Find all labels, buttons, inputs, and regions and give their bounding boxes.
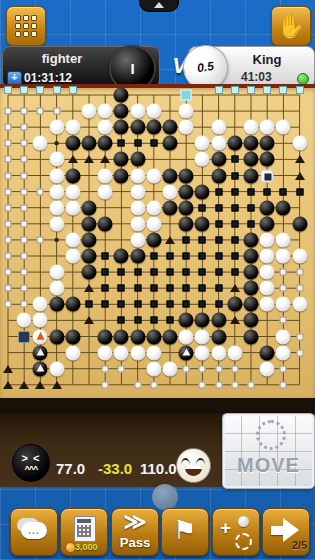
emoji-mouth: [185, 466, 202, 476]
black-territory-marker: [118, 301, 125, 308]
stone-black: [195, 313, 210, 328]
stone-white: [130, 345, 145, 360]
black-territory-marker: [150, 269, 157, 276]
white-territory-marker: [215, 365, 222, 372]
white-territory-marker: [248, 381, 255, 388]
app-screen: ✋ fighter + 01:31:12 I VS 0.5 King 41:03…: [0, 0, 315, 560]
dame-triangle-marker: [295, 172, 305, 180]
white-territory-marker: [5, 285, 12, 292]
dame-triangle-marker: [165, 236, 175, 244]
stone-black: [82, 265, 97, 280]
stone-black: [65, 168, 80, 183]
stone-white: [33, 297, 48, 312]
dame-triangle-marker: [52, 381, 62, 389]
coin-amount: 3,000: [75, 542, 98, 552]
emoji-eye: [181, 458, 190, 465]
white-territory-marker: [296, 269, 303, 276]
drag-handle[interactable]: [152, 484, 178, 510]
white-territory-marker: [280, 365, 287, 372]
white-territory-marker: [118, 365, 125, 372]
stone-white: [227, 345, 242, 360]
stone-white: [179, 120, 194, 135]
stone-white: [260, 265, 275, 280]
white-territory-marker: [37, 108, 44, 115]
white-territory-marker: [5, 269, 12, 276]
stone-black: [195, 216, 210, 231]
white-territory-marker: [21, 236, 28, 243]
stone-white: [292, 249, 307, 264]
black-territory-marker: [118, 317, 125, 324]
black-territory-marker: [150, 253, 157, 260]
stone-black: [179, 168, 194, 183]
white-territory-marker: [21, 124, 28, 131]
black-territory-marker: [215, 204, 222, 211]
black-territory-marker: [167, 301, 174, 308]
move-button-label: MOVE: [223, 454, 314, 477]
resign-button[interactable]: ⚑: [161, 508, 209, 556]
stone-white: [260, 281, 275, 296]
next-button[interactable]: 2/5: [262, 508, 310, 556]
stone-black: [130, 120, 145, 135]
stone-black: [227, 136, 242, 151]
white-territory-marker: [150, 381, 157, 388]
white-territory-marker: [5, 301, 12, 308]
stone-black: [195, 184, 210, 199]
black-player-time: 01:31:12: [24, 71, 72, 85]
stone-white: [292, 136, 307, 151]
stone-black: [114, 88, 129, 103]
stone-white: [195, 152, 210, 167]
stone-black: [227, 297, 242, 312]
dame-triangle-marker: [230, 284, 240, 292]
hand-icon: ✋: [277, 13, 304, 38]
black-player-name: fighter: [17, 51, 107, 66]
stone-black: [130, 329, 145, 344]
stone-black: [179, 200, 194, 215]
black-territory-marker: [183, 269, 190, 276]
black-territory-marker: [199, 236, 206, 243]
stone-white: [276, 345, 291, 360]
white-territory-marker: [280, 381, 287, 388]
stone-white: [276, 297, 291, 312]
dotted-stone-icon: [256, 420, 286, 450]
black-angry-emoji[interactable]: > < ^^^: [12, 444, 50, 482]
white-territory-marker: [21, 253, 28, 260]
white-territory-marker: [21, 220, 28, 227]
white-territory-marker: [53, 108, 60, 115]
stone-black: [244, 232, 259, 247]
white-territory-marker: [199, 365, 206, 372]
chat-button[interactable]: ...: [10, 508, 58, 556]
white-territory-marker: [102, 365, 109, 372]
stone-black: [211, 329, 226, 344]
stone-black: [244, 297, 259, 312]
white-territory-marker: [21, 301, 28, 308]
black-territory-marker: [167, 269, 174, 276]
arrow-right-icon: [271, 526, 283, 535]
black-territory-marker: [183, 253, 190, 260]
white-territory-marker: [5, 172, 12, 179]
black-territory-marker: [102, 269, 109, 276]
stone-black: [244, 265, 259, 280]
stone-white: [276, 249, 291, 264]
black-territory-marker: [118, 269, 125, 276]
board-bottom-strip: [0, 398, 315, 414]
black-territory-marker: [183, 236, 190, 243]
white-territory-marker: [37, 188, 44, 195]
white-player-panel[interactable]: 0.5 King 41:03: [188, 46, 315, 88]
calculator-icon: [74, 516, 96, 542]
stone-white: [65, 232, 80, 247]
dame-triangle-marker: [230, 316, 240, 324]
stone-white: [146, 361, 161, 376]
black-territory-marker: [150, 285, 157, 292]
stone-black: [82, 200, 97, 215]
stone-black: [244, 313, 259, 328]
stone-white: [49, 200, 64, 215]
move-counter: 2/5: [263, 539, 307, 551]
stone-white: [65, 200, 80, 215]
stone-black: [65, 329, 80, 344]
plus-icon: +: [220, 517, 231, 539]
pull-down-tab[interactable]: [139, 0, 179, 12]
black-territory-marker: [183, 301, 190, 308]
navy-marker: [18, 331, 30, 343]
black-territory-marker: [215, 220, 222, 227]
stone-black: [292, 216, 307, 231]
stone-white: [179, 104, 194, 119]
fast-forward-icon: ≫: [112, 511, 158, 533]
white-territory-marker: [102, 381, 109, 388]
triangle-up-icon: [154, 2, 164, 8]
stone-white: [49, 184, 64, 199]
move-button[interactable]: MOVE: [222, 413, 315, 489]
dame-triangle-marker: [100, 155, 110, 163]
black-territory-marker: [215, 236, 222, 243]
teal-edge-marker: [231, 86, 239, 94]
black-territory-marker: [167, 285, 174, 292]
stone-black: [211, 152, 226, 167]
stone-white: [65, 184, 80, 199]
emoji-mouth: ^^^: [13, 464, 49, 474]
stone-white: [98, 168, 113, 183]
white-territory-marker: [5, 204, 12, 211]
teal-edge-marker: [4, 86, 12, 94]
stone-black: [49, 329, 64, 344]
stone-white: [82, 104, 97, 119]
stone-white: [130, 104, 145, 119]
stone-white: [17, 313, 32, 328]
speech-bubble-icon: ...: [21, 522, 47, 539]
stone-white: [211, 345, 226, 360]
stone-black: [146, 329, 161, 344]
white-territory-marker: [21, 156, 28, 163]
stone-white: [98, 120, 113, 135]
triangle-mark: [36, 365, 44, 372]
black-player-panel[interactable]: fighter + 01:31:12 I: [2, 46, 160, 88]
stone-white: [276, 232, 291, 247]
stone-black: [211, 313, 226, 328]
stone-black: [114, 329, 129, 344]
black-territory-marker: [215, 269, 222, 276]
teal-edge-marker: [20, 86, 28, 94]
counting-button[interactable]: 3,000: [60, 508, 108, 556]
triangle-mark: [182, 349, 190, 356]
stone-black: [244, 152, 259, 167]
stone-white: [260, 232, 275, 247]
teal-edge-marker: [215, 86, 223, 94]
black-territory-marker: [248, 204, 255, 211]
stone-black: [114, 168, 129, 183]
go-board[interactable]: [0, 88, 315, 398]
stone-black: [260, 200, 275, 215]
score-difference: -33.0: [98, 460, 132, 477]
white-territory-marker: [296, 333, 303, 340]
stone-black: [179, 184, 194, 199]
black-territory-marker: [150, 317, 157, 324]
stone-white: [49, 216, 64, 231]
stone-white: [130, 200, 145, 215]
chat-dots: ...: [21, 528, 47, 534]
stone-white: [130, 184, 145, 199]
dame-triangle-marker: [295, 155, 305, 163]
white-territory-marker: [199, 381, 206, 388]
stone-white: [163, 184, 178, 199]
pass-button[interactable]: ≫ Pass: [111, 508, 159, 556]
stone-white: [260, 249, 275, 264]
black-territory-marker: [215, 188, 222, 195]
stone-white: [33, 313, 48, 328]
stone-white: [260, 361, 275, 376]
black-territory-marker: [167, 253, 174, 260]
stone-white: [65, 120, 80, 135]
add-stone-button[interactable]: +: [212, 508, 260, 556]
stone-black: [163, 120, 178, 135]
black-territory-marker: [134, 285, 141, 292]
black-territory-marker: [118, 140, 125, 147]
black-territory-marker: [248, 220, 255, 227]
flag-icon: ⚑: [162, 515, 208, 546]
dame-triangle-marker: [68, 155, 78, 163]
black-territory-marker: [231, 156, 238, 163]
black-territory-marker: [199, 285, 206, 292]
dead-black-stone: [179, 345, 194, 360]
white-territory-marker: [5, 220, 12, 227]
stone-white: [49, 281, 64, 296]
black-territory-marker: [231, 220, 238, 227]
stone-white: [49, 152, 64, 167]
stone-black: [276, 200, 291, 215]
teal-highlight-marker: [181, 90, 192, 101]
stone-white: [98, 345, 113, 360]
white-territory-marker: [21, 108, 28, 115]
marked-point: [261, 169, 274, 182]
dame-triangle-marker: [84, 155, 94, 163]
stone-black: [82, 136, 97, 151]
white-player-time: 41:03: [241, 70, 272, 84]
black-territory-marker: [167, 317, 174, 324]
stone-white: [292, 297, 307, 312]
black-score: 77.0: [56, 460, 85, 477]
black-territory-marker: [150, 140, 157, 147]
black-territory-marker: [86, 301, 93, 308]
dame-triangle-marker: [84, 316, 94, 324]
black-territory-marker: [231, 269, 238, 276]
stone-black: [65, 297, 80, 312]
dashed-stone-icon: [235, 533, 252, 550]
stone-white: [211, 136, 226, 151]
black-territory-marker: [183, 285, 190, 292]
stone-black: [260, 136, 275, 151]
white-player-name: King: [235, 52, 299, 67]
stone-white: [130, 216, 145, 231]
dame-triangle-marker: [3, 381, 13, 389]
stone-black: [98, 216, 113, 231]
black-territory-marker: [215, 253, 222, 260]
stone-white: [195, 329, 210, 344]
stone-black: [260, 216, 275, 231]
black-territory-marker: [231, 204, 238, 211]
hand-button[interactable]: ✋: [271, 6, 311, 46]
stone-black: [146, 120, 161, 135]
black-territory-marker: [231, 253, 238, 260]
black-territory-marker: [102, 253, 109, 260]
black-territory-marker: [296, 188, 303, 195]
white-territory-marker: [215, 381, 222, 388]
black-territory-marker: [199, 253, 206, 260]
emoji-eye: [196, 458, 205, 465]
black-territory-marker: [199, 204, 206, 211]
white-territory-marker: [183, 365, 190, 372]
black-territory-marker: [102, 301, 109, 308]
stone-white: [33, 136, 48, 151]
white-territory-marker: [21, 140, 28, 147]
white-territory-marker: [231, 381, 238, 388]
white-territory-marker: [280, 285, 287, 292]
white-territory-marker: [5, 156, 12, 163]
white-territory-marker: [5, 108, 12, 115]
black-territory-marker: [215, 301, 222, 308]
stone-black: [163, 200, 178, 215]
stone-black: [82, 232, 97, 247]
stone-white: [276, 120, 291, 135]
stone-white: [211, 120, 226, 135]
black-territory-marker: [134, 140, 141, 147]
stone-white: [49, 120, 64, 135]
triangle-mark: [36, 349, 44, 356]
white-territory-marker: [5, 124, 12, 131]
stone-black: [179, 216, 194, 231]
stone-black: [98, 136, 113, 151]
white-laughing-emoji[interactable]: [176, 448, 211, 483]
white-territory-marker: [5, 236, 12, 243]
white-territory-marker: [280, 269, 287, 276]
stone-white: [98, 104, 113, 119]
white-territory-marker: [5, 253, 12, 260]
stone-black: [146, 232, 161, 247]
white-territory-marker: [21, 188, 28, 195]
stone-black: [260, 152, 275, 167]
dead-black-stone: [33, 361, 48, 376]
black-territory-marker: [215, 285, 222, 292]
teal-edge-marker: [247, 86, 255, 94]
emoji-eyes: > <: [13, 452, 49, 464]
stone-white: [49, 361, 64, 376]
stone-black: [98, 329, 113, 344]
stone-white: [49, 168, 64, 183]
stone-white: [179, 329, 194, 344]
stone-white: [65, 345, 80, 360]
white-territory-marker: [280, 317, 287, 324]
white-territory-marker: [134, 381, 141, 388]
white-territory-marker: [296, 285, 303, 292]
dead-black-stone: [33, 345, 48, 360]
teal-edge-marker: [296, 86, 304, 94]
stone-white: [146, 200, 161, 215]
stone-black: [244, 249, 259, 264]
menu-button[interactable]: [6, 6, 46, 46]
stone-black: [260, 345, 275, 360]
stone-white: [98, 184, 113, 199]
black-territory-marker: [118, 285, 125, 292]
stone-black: [179, 313, 194, 328]
dame-triangle-marker: [35, 381, 45, 389]
stone-white: [146, 168, 161, 183]
black-territory-marker: [102, 285, 109, 292]
stone-black: [82, 249, 97, 264]
white-territory-marker: [21, 172, 28, 179]
teal-edge-marker: [36, 86, 44, 94]
black-territory-marker: [199, 301, 206, 308]
stone-white: [244, 120, 259, 135]
stone-white: [195, 136, 210, 151]
white-territory-marker: [5, 140, 12, 147]
black-territory-marker: [280, 188, 287, 195]
white-territory-marker: [231, 365, 238, 372]
stone-black: [163, 168, 178, 183]
stone-white: [195, 345, 210, 360]
dead-white-stone: [33, 329, 48, 344]
black-territory-marker: [199, 269, 206, 276]
stone-white: [49, 265, 64, 280]
pass-label: Pass: [112, 535, 158, 550]
stone-black: [114, 104, 129, 119]
white-territory-marker: [21, 204, 28, 211]
black-territory-marker: [231, 236, 238, 243]
stone-black: [244, 168, 259, 183]
stone-white: [130, 232, 145, 247]
stone-white: [260, 120, 275, 135]
stone-black: [114, 249, 129, 264]
black-territory-marker: [134, 269, 141, 276]
stone-white: [163, 361, 178, 376]
white-score: 110.0: [140, 460, 177, 477]
white-territory-marker: [37, 236, 44, 243]
dame-triangle-marker: [3, 365, 13, 373]
stone-black: [130, 152, 145, 167]
solid-stone-icon: [238, 516, 249, 527]
teal-edge-marker: [263, 86, 271, 94]
stone-white: [146, 345, 161, 360]
black-territory-marker: [134, 317, 141, 324]
stone-white: [146, 104, 161, 119]
stone-black: [130, 249, 145, 264]
stone-white: [65, 249, 80, 264]
stone-black: [244, 281, 259, 296]
stone-black: [211, 168, 226, 183]
dame-triangle-marker: [84, 284, 94, 292]
stone-black: [65, 136, 80, 151]
